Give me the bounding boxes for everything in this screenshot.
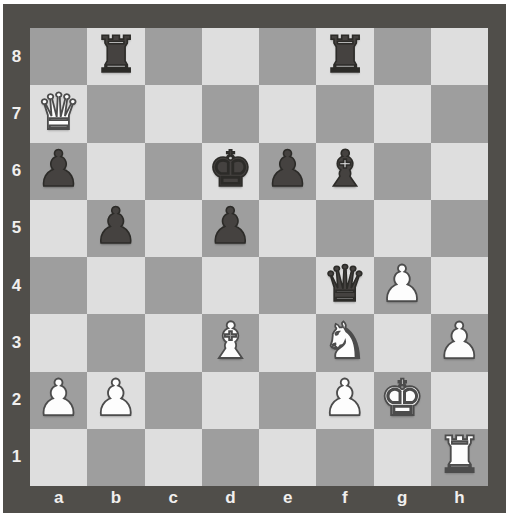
square-e4[interactable] bbox=[259, 257, 316, 314]
square-f2[interactable]: ♟ bbox=[316, 372, 373, 429]
square-e2[interactable] bbox=[259, 372, 316, 429]
square-d1[interactable] bbox=[202, 429, 259, 486]
square-a5[interactable] bbox=[30, 200, 87, 257]
piece-white-bishop[interactable]: ♝ bbox=[208, 316, 253, 366]
square-h7[interactable] bbox=[431, 85, 488, 142]
square-g5[interactable] bbox=[374, 200, 431, 257]
square-c3[interactable] bbox=[145, 314, 202, 371]
piece-black-pawn[interactable]: ♟ bbox=[265, 144, 310, 194]
square-f3[interactable]: ♞ bbox=[316, 314, 373, 371]
piece-white-pawn[interactable]: ♟ bbox=[380, 259, 425, 309]
piece-black-pawn[interactable]: ♟ bbox=[208, 201, 253, 251]
piece-white-queen[interactable]: ♛ bbox=[36, 87, 81, 137]
square-b7[interactable] bbox=[87, 85, 144, 142]
piece-black-pawn[interactable]: ♟ bbox=[93, 201, 138, 251]
file-label-d: d bbox=[202, 486, 259, 510]
rank-label-3: 3 bbox=[3, 314, 30, 371]
square-d2[interactable] bbox=[202, 372, 259, 429]
square-c6[interactable] bbox=[145, 143, 202, 200]
square-h5[interactable] bbox=[431, 200, 488, 257]
square-d4[interactable] bbox=[202, 257, 259, 314]
piece-white-rook[interactable]: ♜ bbox=[437, 430, 482, 480]
square-d6[interactable]: ♚ bbox=[202, 143, 259, 200]
rank-label-6: 6 bbox=[3, 143, 30, 200]
file-label-c: c bbox=[145, 486, 202, 510]
square-g2[interactable]: ♚ bbox=[374, 372, 431, 429]
square-e8[interactable] bbox=[259, 28, 316, 85]
square-f8[interactable]: ♜ bbox=[316, 28, 373, 85]
piece-black-bishop[interactable]: ♝ bbox=[322, 144, 367, 194]
square-a3[interactable] bbox=[30, 314, 87, 371]
piece-white-knight[interactable]: ♞ bbox=[322, 316, 367, 366]
square-e1[interactable] bbox=[259, 429, 316, 486]
chess-diagram: ♜♜♛♟♚♟♝♟♟♛♟♝♞♟♟♟♟♚♜ 87654321 abcdefgh bbox=[0, 0, 518, 518]
square-f7[interactable] bbox=[316, 85, 373, 142]
square-e5[interactable] bbox=[259, 200, 316, 257]
square-f6[interactable]: ♝ bbox=[316, 143, 373, 200]
chess-board[interactable]: ♜♜♛♟♚♟♝♟♟♛♟♝♞♟♟♟♟♚♜ bbox=[30, 28, 488, 486]
square-d3[interactable]: ♝ bbox=[202, 314, 259, 371]
file-label-g: g bbox=[374, 486, 431, 510]
rank-label-2: 2 bbox=[3, 372, 30, 429]
square-g3[interactable] bbox=[374, 314, 431, 371]
rank-labels: 87654321 bbox=[3, 28, 30, 486]
square-c8[interactable] bbox=[145, 28, 202, 85]
square-g1[interactable] bbox=[374, 429, 431, 486]
square-e6[interactable]: ♟ bbox=[259, 143, 316, 200]
square-b1[interactable] bbox=[87, 429, 144, 486]
square-b6[interactable] bbox=[87, 143, 144, 200]
square-c4[interactable] bbox=[145, 257, 202, 314]
piece-black-king[interactable]: ♚ bbox=[208, 144, 253, 194]
file-label-h: h bbox=[431, 486, 488, 510]
square-a4[interactable] bbox=[30, 257, 87, 314]
square-h6[interactable] bbox=[431, 143, 488, 200]
square-e7[interactable] bbox=[259, 85, 316, 142]
square-h4[interactable] bbox=[431, 257, 488, 314]
square-a7[interactable]: ♛ bbox=[30, 85, 87, 142]
square-b8[interactable]: ♜ bbox=[87, 28, 144, 85]
square-h1[interactable]: ♜ bbox=[431, 429, 488, 486]
square-d7[interactable] bbox=[202, 85, 259, 142]
file-label-f: f bbox=[316, 486, 373, 510]
square-c1[interactable] bbox=[145, 429, 202, 486]
square-f1[interactable] bbox=[316, 429, 373, 486]
square-a6[interactable]: ♟ bbox=[30, 143, 87, 200]
square-b4[interactable] bbox=[87, 257, 144, 314]
square-a1[interactable] bbox=[30, 429, 87, 486]
file-label-e: e bbox=[259, 486, 316, 510]
file-labels: abcdefgh bbox=[30, 486, 488, 510]
piece-black-rook[interactable]: ♜ bbox=[322, 30, 367, 80]
file-label-b: b bbox=[87, 486, 144, 510]
square-h2[interactable] bbox=[431, 372, 488, 429]
rank-label-5: 5 bbox=[3, 200, 30, 257]
square-b5[interactable]: ♟ bbox=[87, 200, 144, 257]
square-h8[interactable] bbox=[431, 28, 488, 85]
square-f5[interactable] bbox=[316, 200, 373, 257]
square-d8[interactable] bbox=[202, 28, 259, 85]
piece-white-pawn[interactable]: ♟ bbox=[93, 373, 138, 423]
square-h3[interactable]: ♟ bbox=[431, 314, 488, 371]
square-a2[interactable]: ♟ bbox=[30, 372, 87, 429]
square-c7[interactable] bbox=[145, 85, 202, 142]
piece-white-pawn[interactable]: ♟ bbox=[437, 316, 482, 366]
square-a8[interactable] bbox=[30, 28, 87, 85]
piece-white-pawn[interactable]: ♟ bbox=[36, 373, 81, 423]
square-b3[interactable] bbox=[87, 314, 144, 371]
square-c5[interactable] bbox=[145, 200, 202, 257]
rank-label-4: 4 bbox=[3, 257, 30, 314]
square-g8[interactable] bbox=[374, 28, 431, 85]
square-c2[interactable] bbox=[145, 372, 202, 429]
piece-white-king[interactable]: ♚ bbox=[380, 373, 425, 423]
square-g4[interactable]: ♟ bbox=[374, 257, 431, 314]
piece-black-queen[interactable]: ♛ bbox=[322, 259, 367, 309]
file-label-a: a bbox=[30, 486, 87, 510]
piece-black-rook[interactable]: ♜ bbox=[93, 30, 138, 80]
rank-label-7: 7 bbox=[3, 85, 30, 142]
rank-label-8: 8 bbox=[3, 28, 30, 85]
square-f4[interactable]: ♛ bbox=[316, 257, 373, 314]
square-d5[interactable]: ♟ bbox=[202, 200, 259, 257]
square-e3[interactable] bbox=[259, 314, 316, 371]
square-g6[interactable] bbox=[374, 143, 431, 200]
piece-black-pawn[interactable]: ♟ bbox=[36, 144, 81, 194]
square-b2[interactable]: ♟ bbox=[87, 372, 144, 429]
rank-label-1: 1 bbox=[3, 429, 30, 486]
square-g7[interactable] bbox=[374, 85, 431, 142]
piece-white-pawn[interactable]: ♟ bbox=[322, 373, 367, 423]
